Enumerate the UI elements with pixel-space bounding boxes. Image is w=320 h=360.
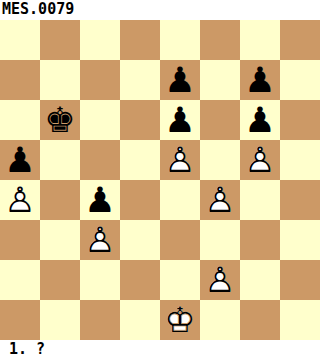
black-pawn: ♟ (160, 60, 200, 100)
square-b1[interactable] (40, 300, 80, 340)
square-b7[interactable] (40, 60, 80, 100)
square-h8[interactable] (280, 20, 320, 60)
square-e8[interactable] (160, 20, 200, 60)
square-g8[interactable] (240, 20, 280, 60)
square-h1[interactable] (280, 300, 320, 340)
square-a4[interactable]: ♟♙ (0, 180, 40, 220)
square-d6[interactable] (120, 100, 160, 140)
square-g7[interactable]: ♟ (240, 60, 280, 100)
square-f5[interactable] (200, 140, 240, 180)
square-b6[interactable]: ♚ (40, 100, 80, 140)
square-g1[interactable] (240, 300, 280, 340)
square-f2[interactable]: ♟♙ (200, 260, 240, 300)
square-b5[interactable] (40, 140, 80, 180)
square-a1[interactable] (0, 300, 40, 340)
square-c1[interactable] (80, 300, 120, 340)
square-e3[interactable] (160, 220, 200, 260)
square-b8[interactable] (40, 20, 80, 60)
square-e7[interactable]: ♟ (160, 60, 200, 100)
square-f4[interactable]: ♟♙ (200, 180, 240, 220)
diagram-title: MES.0079 (0, 0, 320, 20)
black-king: ♚ (40, 100, 80, 140)
white-king: ♔ (160, 300, 200, 340)
square-d7[interactable] (120, 60, 160, 100)
white-pawn: ♙ (200, 180, 240, 220)
chess-board: ♟♟♚♟♟♟♟♙♟♙♟♙♟♟♙♟♙♟♙♚♔ (0, 20, 320, 340)
square-e5[interactable]: ♟♙ (160, 140, 200, 180)
square-c3[interactable]: ♟♙ (80, 220, 120, 260)
square-d8[interactable] (120, 20, 160, 60)
square-h7[interactable] (280, 60, 320, 100)
square-c5[interactable] (80, 140, 120, 180)
white-pawn: ♙ (200, 260, 240, 300)
square-f7[interactable] (200, 60, 240, 100)
square-g6[interactable]: ♟ (240, 100, 280, 140)
move-prompt: 1. ? (0, 340, 320, 360)
square-f3[interactable] (200, 220, 240, 260)
square-g2[interactable] (240, 260, 280, 300)
square-e6[interactable]: ♟ (160, 100, 200, 140)
square-a3[interactable] (0, 220, 40, 260)
square-c8[interactable] (80, 20, 120, 60)
square-c6[interactable] (80, 100, 120, 140)
square-f1[interactable] (200, 300, 240, 340)
square-h4[interactable] (280, 180, 320, 220)
square-a6[interactable] (0, 100, 40, 140)
square-f8[interactable] (200, 20, 240, 60)
square-a7[interactable] (0, 60, 40, 100)
square-a8[interactable] (0, 20, 40, 60)
square-c2[interactable] (80, 260, 120, 300)
square-d3[interactable] (120, 220, 160, 260)
square-b4[interactable] (40, 180, 80, 220)
square-e2[interactable] (160, 260, 200, 300)
square-d1[interactable] (120, 300, 160, 340)
square-g3[interactable] (240, 220, 280, 260)
square-g5[interactable]: ♟♙ (240, 140, 280, 180)
square-c4[interactable]: ♟ (80, 180, 120, 220)
square-d4[interactable] (120, 180, 160, 220)
square-e4[interactable] (160, 180, 200, 220)
white-pawn: ♙ (160, 140, 200, 180)
square-h3[interactable] (280, 220, 320, 260)
square-h2[interactable] (280, 260, 320, 300)
square-b3[interactable] (40, 220, 80, 260)
black-pawn: ♟ (240, 60, 280, 100)
square-d5[interactable] (120, 140, 160, 180)
square-h6[interactable] (280, 100, 320, 140)
white-pawn: ♙ (240, 140, 280, 180)
black-pawn: ♟ (80, 180, 120, 220)
square-f6[interactable] (200, 100, 240, 140)
black-pawn: ♟ (240, 100, 280, 140)
square-h5[interactable] (280, 140, 320, 180)
square-a2[interactable] (0, 260, 40, 300)
square-a5[interactable]: ♟ (0, 140, 40, 180)
chess-diagram-page: MES.0079 ♟♟♚♟♟♟♟♙♟♙♟♙♟♟♙♟♙♟♙♚♔ 1. ? (0, 0, 320, 360)
square-d2[interactable] (120, 260, 160, 300)
black-pawn: ♟ (0, 140, 40, 180)
black-pawn: ♟ (160, 100, 200, 140)
square-b2[interactable] (40, 260, 80, 300)
white-pawn: ♙ (0, 180, 40, 220)
square-e1[interactable]: ♚♔ (160, 300, 200, 340)
white-pawn: ♙ (80, 220, 120, 260)
square-c7[interactable] (80, 60, 120, 100)
square-g4[interactable] (240, 180, 280, 220)
